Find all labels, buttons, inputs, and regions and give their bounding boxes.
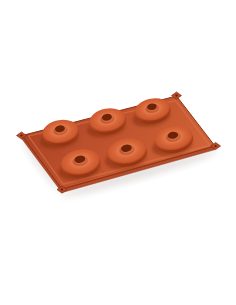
product-photo (0, 0, 236, 305)
pinhole (20, 134, 22, 136)
product-image (0, 0, 236, 305)
pinhole (215, 145, 217, 147)
pinhole (61, 189, 63, 191)
pinhole (175, 95, 177, 97)
